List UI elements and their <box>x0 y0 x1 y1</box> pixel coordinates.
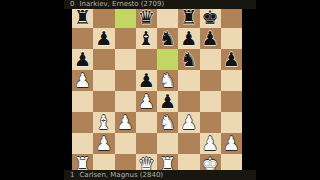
square-e2[interactable] <box>157 133 178 154</box>
square-c3[interactable]: ♟ <box>115 112 136 133</box>
white-pawn: ♟ <box>93 133 114 154</box>
square-a5[interactable]: ♟ <box>72 70 93 91</box>
black-pawn: ♟ <box>178 28 199 49</box>
square-b5[interactable] <box>93 70 114 91</box>
bottom-player-score: 1 <box>70 170 74 180</box>
square-g5[interactable] <box>200 70 221 91</box>
white-bishop: ♝ <box>93 112 114 133</box>
black-knight: ♞ <box>157 28 178 49</box>
white-knight: ♞ <box>157 112 178 133</box>
square-e8[interactable] <box>157 7 178 28</box>
bottom-player-name: Carlsen, Magnus (2840) <box>79 171 163 179</box>
square-g3[interactable] <box>200 112 221 133</box>
square-e4[interactable]: ♟ <box>157 91 178 112</box>
top-player-bar: 0Inarkiev, Ernesto (2709) <box>64 0 256 9</box>
chess-board: ♜♛♜♚♟♝♞♟♟♟♞♟♟♟♞♟♟♝♟♞♟♟♟♟♜♛♜♚ <box>72 7 242 175</box>
white-pawn: ♟ <box>178 112 199 133</box>
square-a8[interactable]: ♜ <box>72 7 93 28</box>
square-g8[interactable]: ♚ <box>200 7 221 28</box>
square-a3[interactable] <box>72 112 93 133</box>
square-d6[interactable] <box>136 49 157 70</box>
square-h2[interactable]: ♟ <box>221 133 242 154</box>
square-b6[interactable] <box>93 49 114 70</box>
square-h5[interactable] <box>221 70 242 91</box>
top-player-score: 0 <box>70 0 74 9</box>
square-b8[interactable] <box>93 7 114 28</box>
letterbox-left <box>0 0 64 180</box>
black-pawn: ♟ <box>93 28 114 49</box>
black-queen: ♛ <box>136 7 157 28</box>
square-h8[interactable] <box>221 7 242 28</box>
white-pawn: ♟ <box>115 112 136 133</box>
black-rook: ♜ <box>72 7 93 28</box>
square-b4[interactable] <box>93 91 114 112</box>
square-f8[interactable]: ♜ <box>178 7 199 28</box>
square-c7[interactable] <box>115 28 136 49</box>
square-e5[interactable]: ♞ <box>157 70 178 91</box>
video-frame: 0Inarkiev, Ernesto (2709) ♜♛♜♚♟♝♞♟♟♟♞♟♟♟… <box>0 0 320 180</box>
square-f6[interactable]: ♞ <box>178 49 199 70</box>
square-g4[interactable] <box>200 91 221 112</box>
black-pawn: ♟ <box>221 49 242 70</box>
square-c6[interactable] <box>115 49 136 70</box>
black-pawn: ♟ <box>200 28 221 49</box>
white-pawn: ♟ <box>200 133 221 154</box>
square-d7[interactable]: ♝ <box>136 28 157 49</box>
square-f3[interactable]: ♟ <box>178 112 199 133</box>
square-d5[interactable]: ♟ <box>136 70 157 91</box>
square-e6[interactable] <box>157 49 178 70</box>
square-f5[interactable] <box>178 70 199 91</box>
white-pawn: ♟ <box>221 133 242 154</box>
square-h4[interactable] <box>221 91 242 112</box>
white-pawn: ♟ <box>136 91 157 112</box>
square-c5[interactable] <box>115 70 136 91</box>
square-e7[interactable]: ♞ <box>157 28 178 49</box>
square-c4[interactable] <box>115 91 136 112</box>
white-pawn: ♟ <box>72 70 93 91</box>
black-bishop: ♝ <box>136 28 157 49</box>
square-h6[interactable]: ♟ <box>221 49 242 70</box>
square-g2[interactable]: ♟ <box>200 133 221 154</box>
square-g6[interactable] <box>200 49 221 70</box>
square-h3[interactable] <box>221 112 242 133</box>
square-d4[interactable]: ♟ <box>136 91 157 112</box>
black-rook: ♜ <box>178 7 199 28</box>
square-a4[interactable] <box>72 91 93 112</box>
square-d3[interactable] <box>136 112 157 133</box>
square-a2[interactable] <box>72 133 93 154</box>
black-pawn: ♟ <box>157 91 178 112</box>
black-pawn: ♟ <box>72 49 93 70</box>
square-b3[interactable]: ♝ <box>93 112 114 133</box>
top-player-name: Inarkiev, Ernesto (2709) <box>79 0 164 8</box>
square-c2[interactable] <box>115 133 136 154</box>
square-f4[interactable] <box>178 91 199 112</box>
white-knight: ♞ <box>157 70 178 91</box>
letterbox-right <box>256 0 320 180</box>
square-h7[interactable] <box>221 28 242 49</box>
bottom-player-bar: 1Carlsen, Magnus (2840) <box>64 170 256 180</box>
square-b7[interactable]: ♟ <box>93 28 114 49</box>
square-g7[interactable]: ♟ <box>200 28 221 49</box>
square-a6[interactable]: ♟ <box>72 49 93 70</box>
square-f2[interactable] <box>178 133 199 154</box>
black-pawn: ♟ <box>136 70 157 91</box>
black-knight: ♞ <box>178 49 199 70</box>
black-king: ♚ <box>200 7 221 28</box>
square-f7[interactable]: ♟ <box>178 28 199 49</box>
square-d2[interactable] <box>136 133 157 154</box>
square-c8[interactable] <box>115 7 136 28</box>
square-d8[interactable]: ♛ <box>136 7 157 28</box>
square-e3[interactable]: ♞ <box>157 112 178 133</box>
square-b2[interactable]: ♟ <box>93 133 114 154</box>
square-a7[interactable] <box>72 28 93 49</box>
